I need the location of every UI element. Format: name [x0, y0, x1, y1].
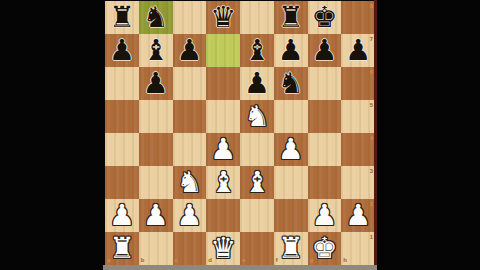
square-h3[interactable]: 3 [341, 166, 375, 199]
square-e4[interactable] [240, 133, 274, 166]
black-pawn[interactable]: ♟ [109, 36, 135, 66]
square-c6[interactable] [173, 67, 207, 100]
file-label-e: e [242, 257, 245, 263]
square-f6[interactable]: ♞ [274, 67, 308, 100]
square-a3[interactable] [105, 166, 139, 199]
right-letterbox [377, 0, 480, 270]
square-b6[interactable]: ♟ [139, 67, 173, 100]
white-pawn[interactable]: ♟ [109, 201, 135, 231]
square-a1[interactable]: ♜a [105, 232, 139, 265]
white-rook[interactable]: ♜ [109, 234, 135, 264]
square-c2[interactable]: ♟ [173, 199, 207, 232]
square-h8[interactable]: 8 [341, 1, 375, 34]
square-c3[interactable]: ♞ [173, 166, 207, 199]
square-e2[interactable] [240, 199, 274, 232]
square-e6[interactable]: ♟ [240, 67, 274, 100]
square-e5[interactable]: ♞ [240, 100, 274, 133]
black-bishop[interactable]: ♝ [143, 36, 169, 66]
square-b2[interactable]: ♟ [139, 199, 173, 232]
rank-label-5: 5 [370, 102, 373, 108]
black-queen[interactable]: ♛ [210, 3, 236, 33]
black-knight[interactable]: ♞ [278, 69, 304, 99]
black-pawn[interactable]: ♟ [278, 36, 304, 66]
rank-label-4: 4 [370, 135, 373, 141]
square-e1[interactable]: e [240, 232, 274, 265]
square-f5[interactable] [274, 100, 308, 133]
square-e8[interactable] [240, 1, 274, 34]
black-pawn[interactable]: ♟ [345, 36, 371, 66]
square-f2[interactable] [274, 199, 308, 232]
square-h4[interactable]: 4 [341, 133, 375, 166]
black-bishop[interactable]: ♝ [244, 36, 270, 66]
square-f4[interactable]: ♟ [274, 133, 308, 166]
square-h1[interactable]: 1h [341, 232, 375, 265]
square-d2[interactable] [206, 199, 240, 232]
square-f8[interactable]: ♜ [274, 1, 308, 34]
white-pawn[interactable]: ♟ [278, 135, 304, 165]
square-a6[interactable] [105, 67, 139, 100]
board-bottom-edge [103, 265, 377, 270]
white-pawn[interactable]: ♟ [311, 201, 337, 231]
black-pawn[interactable]: ♟ [143, 69, 169, 99]
square-a7[interactable]: ♟ [105, 34, 139, 67]
white-queen[interactable]: ♛ [210, 234, 236, 264]
white-rook[interactable]: ♜ [278, 234, 304, 264]
black-knight[interactable]: ♞ [143, 3, 169, 33]
black-rook[interactable]: ♜ [278, 3, 304, 33]
square-c5[interactable] [173, 100, 207, 133]
square-h6[interactable]: 6 [341, 67, 375, 100]
square-b4[interactable] [139, 133, 173, 166]
rank-label-6: 6 [370, 69, 373, 75]
white-pawn[interactable]: ♟ [345, 201, 371, 231]
white-pawn[interactable]: ♟ [210, 135, 236, 165]
square-h5[interactable]: 5 [341, 100, 375, 133]
square-a2[interactable]: ♟ [105, 199, 139, 232]
square-a8[interactable]: ♜ [105, 1, 139, 34]
rank-label-3: 3 [370, 168, 373, 174]
white-knight[interactable]: ♞ [176, 168, 202, 198]
white-pawn[interactable]: ♟ [176, 201, 202, 231]
black-pawn[interactable]: ♟ [244, 69, 270, 99]
square-b7[interactable]: ♝ [139, 34, 173, 67]
white-king[interactable]: ♚ [311, 234, 337, 264]
square-g3[interactable] [308, 166, 342, 199]
rank-label-8: 8 [370, 3, 373, 9]
square-c7[interactable]: ♟ [173, 34, 207, 67]
square-c8[interactable] [173, 1, 207, 34]
black-rook[interactable]: ♜ [109, 3, 135, 33]
chess-board: ♜♞♛♜♚8♟♝♟♝♟♟♟7♟♟♞6♞5♟♟4♞♝♝3♟♟♟♟♟2♜abc♛de… [105, 1, 375, 265]
square-b5[interactable] [139, 100, 173, 133]
square-f1[interactable]: ♜f [274, 232, 308, 265]
white-knight[interactable]: ♞ [244, 102, 270, 132]
square-d5[interactable] [206, 100, 240, 133]
square-f3[interactable] [274, 166, 308, 199]
square-h2[interactable]: ♟2 [341, 199, 375, 232]
square-d6[interactable] [206, 67, 240, 100]
square-g2[interactable]: ♟ [308, 199, 342, 232]
square-h7[interactable]: ♟7 [341, 34, 375, 67]
square-a5[interactable] [105, 100, 139, 133]
video-frame: ♜♞♛♜♚8♟♝♟♝♟♟♟7♟♟♞6♞5♟♟4♞♝♝3♟♟♟♟♟2♜abc♛de… [0, 0, 480, 270]
square-a4[interactable] [105, 133, 139, 166]
square-g6[interactable] [308, 67, 342, 100]
square-f7[interactable]: ♟ [274, 34, 308, 67]
square-g1[interactable]: ♚g [308, 232, 342, 265]
square-c4[interactable] [173, 133, 207, 166]
black-king[interactable]: ♚ [311, 3, 337, 33]
square-d7[interactable] [206, 34, 240, 67]
square-c1[interactable]: c [173, 232, 207, 265]
file-label-b: b [141, 257, 145, 263]
black-pawn[interactable]: ♟ [176, 36, 202, 66]
square-b1[interactable]: b [139, 232, 173, 265]
square-g5[interactable] [308, 100, 342, 133]
file-label-c: c [175, 257, 178, 263]
square-d3[interactable]: ♝ [206, 166, 240, 199]
white-pawn[interactable]: ♟ [143, 201, 169, 231]
square-g8[interactable]: ♚ [308, 1, 342, 34]
square-g7[interactable]: ♟ [308, 34, 342, 67]
square-d8[interactable]: ♛ [206, 1, 240, 34]
square-e3[interactable]: ♝ [240, 166, 274, 199]
square-g4[interactable] [308, 133, 342, 166]
square-d4[interactable]: ♟ [206, 133, 240, 166]
white-bishop[interactable]: ♝ [210, 168, 236, 198]
left-letterbox [0, 0, 105, 270]
square-d1[interactable]: ♛d [206, 232, 240, 265]
square-e7[interactable]: ♝ [240, 34, 274, 67]
black-pawn[interactable]: ♟ [311, 36, 337, 66]
board-right-edge [374, 0, 377, 266]
rank-label-1: 1 [370, 234, 373, 240]
file-label-h: h [343, 257, 347, 263]
white-bishop[interactable]: ♝ [244, 168, 270, 198]
square-b3[interactable] [139, 166, 173, 199]
square-b8[interactable]: ♞ [139, 1, 173, 34]
